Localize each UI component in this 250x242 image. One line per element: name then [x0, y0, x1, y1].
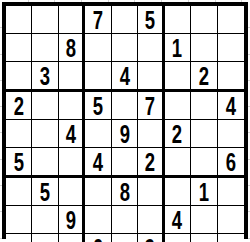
given-digit: 1	[172, 34, 182, 61]
sudoku-cell-r6c2[interactable]	[32, 148, 58, 178]
given-digit: 4	[93, 148, 103, 175]
sudoku-screen: 7581342257449254265819469	[0, 0, 250, 242]
sudoku-cell-r6c7[interactable]	[165, 148, 191, 178]
given-digit: 2	[14, 92, 24, 119]
sudoku-cell-r2c1[interactable]	[6, 34, 32, 62]
given-digit: 6	[93, 234, 103, 242]
given-digit: 2	[145, 148, 155, 175]
sudoku-cell-r5c4[interactable]	[85, 120, 111, 148]
given-digit: 2	[199, 62, 209, 89]
sudoku-cell-r4c3[interactable]	[59, 92, 85, 120]
sudoku-cell-r7c2[interactable]: 5	[32, 178, 58, 206]
sudoku-cell-r5c2[interactable]	[32, 120, 58, 148]
given-digit: 6	[226, 148, 236, 175]
sudoku-cell-r7c6[interactable]	[138, 178, 164, 206]
sudoku-cell-r8c5[interactable]	[112, 206, 138, 234]
sudoku-cell-r1c5[interactable]	[112, 6, 138, 34]
given-digit: 5	[40, 178, 50, 205]
given-digit: 1	[199, 178, 209, 205]
sudoku-cell-r5c5[interactable]: 9	[112, 120, 138, 148]
sudoku-cell-r1c8[interactable]	[191, 6, 217, 34]
given-digit: 9	[145, 234, 155, 242]
sudoku-cell-r4c6[interactable]: 7	[138, 92, 164, 120]
sudoku-cell-r6c1[interactable]: 5	[6, 148, 32, 178]
sudoku-cell-r3c1[interactable]	[6, 62, 32, 92]
sudoku-cell-r9c7[interactable]	[165, 234, 191, 242]
given-digit: 2	[172, 120, 182, 147]
sudoku-cell-r8c9[interactable]	[218, 206, 244, 234]
sudoku-cell-r6c9[interactable]: 6	[218, 148, 244, 178]
sudoku-cell-r2c7[interactable]: 1	[165, 34, 191, 62]
sudoku-cell-r3c4[interactable]	[85, 62, 111, 92]
sudoku-cell-r1c7[interactable]	[165, 6, 191, 34]
sudoku-cell-r2c3[interactable]: 8	[59, 34, 85, 62]
sudoku-cell-r9c1[interactable]	[6, 234, 32, 242]
sudoku-cell-r4c7[interactable]	[165, 92, 191, 120]
sudoku-cell-r5c1[interactable]	[6, 120, 32, 148]
given-digit: 5	[93, 92, 103, 119]
sudoku-cell-r4c9[interactable]: 4	[218, 92, 244, 120]
given-digit: 4	[172, 206, 182, 233]
sudoku-cell-r1c6[interactable]: 5	[138, 6, 164, 34]
sudoku-cell-r9c2[interactable]	[32, 234, 58, 242]
sudoku-cell-r7c5[interactable]: 8	[112, 178, 138, 206]
sudoku-cell-r5c3[interactable]: 4	[59, 120, 85, 148]
sudoku-cell-r9c9[interactable]	[218, 234, 244, 242]
sudoku-cell-r3c6[interactable]	[138, 62, 164, 92]
sudoku-cell-r8c7[interactable]: 4	[165, 206, 191, 234]
sudoku-cell-r1c3[interactable]	[59, 6, 85, 34]
given-digit: 8	[65, 34, 75, 61]
sudoku-cell-r3c7[interactable]	[165, 62, 191, 92]
given-digit: 5	[14, 148, 24, 175]
sudoku-cell-r6c3[interactable]	[59, 148, 85, 178]
given-digit: 9	[119, 120, 129, 147]
sudoku-cell-r5c8[interactable]	[191, 120, 217, 148]
sudoku-cell-r8c8[interactable]	[191, 206, 217, 234]
sudoku-cell-r7c3[interactable]	[59, 178, 85, 206]
sudoku-cell-r6c6[interactable]: 2	[138, 148, 164, 178]
sudoku-cell-r2c9[interactable]	[218, 34, 244, 62]
sudoku-cell-r2c5[interactable]	[112, 34, 138, 62]
given-digit: 4	[65, 120, 75, 147]
sudoku-cell-r7c1[interactable]	[6, 178, 32, 206]
sudoku-cell-r5c6[interactable]	[138, 120, 164, 148]
sudoku-cell-r1c9[interactable]	[218, 6, 244, 34]
sudoku-cell-r8c4[interactable]	[85, 206, 111, 234]
sudoku-cell-r9c4[interactable]: 6	[85, 234, 111, 242]
sudoku-cell-r7c4[interactable]	[85, 178, 111, 206]
sudoku-cell-r3c5[interactable]: 4	[112, 62, 138, 92]
sudoku-cell-r1c1[interactable]	[6, 6, 32, 34]
sudoku-cell-r4c2[interactable]	[32, 92, 58, 120]
given-digit: 4	[119, 62, 129, 89]
sudoku-cell-r9c8[interactable]	[191, 234, 217, 242]
sudoku-cell-r9c5[interactable]	[112, 234, 138, 242]
sudoku-cell-r3c9[interactable]	[218, 62, 244, 92]
sudoku-cell-r4c5[interactable]	[112, 92, 138, 120]
sudoku-cell-r7c7[interactable]	[165, 178, 191, 206]
sudoku-cell-r4c8[interactable]	[191, 92, 217, 120]
sudoku-cell-r2c8[interactable]	[191, 34, 217, 62]
given-digit: 9	[65, 206, 75, 233]
sudoku-cell-r2c2[interactable]	[32, 34, 58, 62]
sudoku-cell-r8c3[interactable]: 9	[59, 206, 85, 234]
sudoku-cell-r1c4[interactable]: 7	[85, 6, 111, 34]
sudoku-cell-r7c9[interactable]	[218, 178, 244, 206]
sudoku-cell-r6c5[interactable]	[112, 148, 138, 178]
sudoku-cell-r3c8[interactable]: 2	[191, 62, 217, 92]
sudoku-cell-r4c4[interactable]: 5	[85, 92, 111, 120]
sudoku-cell-r7c8[interactable]: 1	[191, 178, 217, 206]
sudoku-cell-r3c2[interactable]: 3	[32, 62, 58, 92]
sudoku-cell-r9c3[interactable]	[59, 234, 85, 242]
sudoku-cell-r5c7[interactable]: 2	[165, 120, 191, 148]
sudoku-cell-r8c6[interactable]	[138, 206, 164, 234]
sudoku-cell-r6c8[interactable]	[191, 148, 217, 178]
sudoku-cell-r4c1[interactable]: 2	[6, 92, 32, 120]
sudoku-cell-r2c4[interactable]	[85, 34, 111, 62]
sudoku-cell-r1c2[interactable]	[32, 6, 58, 34]
sudoku-cell-r8c2[interactable]	[32, 206, 58, 234]
sudoku-board: 7581342257449254265819469	[2, 2, 248, 239]
given-digit: 3	[40, 62, 50, 89]
sudoku-cell-r3c3[interactable]	[59, 62, 85, 92]
given-digit: 5	[145, 6, 155, 33]
sudoku-cell-r9c6[interactable]: 9	[138, 234, 164, 242]
sudoku-cell-r2c6[interactable]	[138, 34, 164, 62]
given-digit: 8	[119, 178, 129, 205]
given-digit: 4	[226, 92, 236, 119]
given-digit: 7	[145, 92, 155, 119]
sudoku-cell-r6c4[interactable]: 4	[85, 148, 111, 178]
sudoku-cell-r8c1[interactable]	[6, 206, 32, 234]
given-digit: 7	[93, 6, 103, 33]
sudoku-cell-r5c9[interactable]	[218, 120, 244, 148]
